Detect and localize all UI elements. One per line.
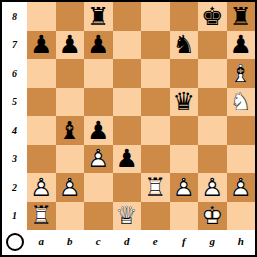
- white-king-piece: ♔: [198, 202, 227, 231]
- black-king-piece: ♚: [198, 2, 227, 31]
- white-rook-piece: ♖: [27, 202, 56, 231]
- square-e5[interactable]: [141, 88, 170, 117]
- square-e3[interactable]: [141, 145, 170, 174]
- white-pawn-piece: ♙: [198, 173, 227, 202]
- white-bishop-piece-fill: ♝: [227, 59, 256, 88]
- square-f1[interactable]: [170, 202, 199, 231]
- square-c7[interactable]: ♟: [84, 31, 113, 60]
- white-pawn-piece-fill: ♟: [227, 173, 256, 202]
- square-g5[interactable]: [198, 88, 227, 117]
- square-c6[interactable]: [84, 59, 113, 88]
- rank-label-5: 5: [2, 88, 27, 117]
- black-knight-piece: ♞: [170, 31, 199, 60]
- black-pawn-piece: ♟: [84, 31, 113, 60]
- black-pawn-piece: ♟: [84, 116, 113, 145]
- square-e2[interactable]: ♜♖: [141, 173, 170, 202]
- square-c2[interactable]: [84, 173, 113, 202]
- square-h3[interactable]: [227, 145, 256, 174]
- square-a7[interactable]: ♟: [27, 31, 56, 60]
- square-a6[interactable]: [27, 59, 56, 88]
- white-to-move-indicator-icon: [6, 233, 24, 251]
- square-g6[interactable]: [198, 59, 227, 88]
- square-a5[interactable]: [27, 88, 56, 117]
- black-pawn-piece: ♟: [113, 145, 142, 174]
- square-f2[interactable]: ♟♙: [170, 173, 199, 202]
- square-d8[interactable]: [113, 2, 142, 31]
- white-pawn-piece-fill: ♟: [84, 145, 113, 174]
- file-label-c: c: [84, 230, 113, 255]
- square-f5[interactable]: ♛: [170, 88, 199, 117]
- file-label-f: f: [170, 230, 199, 255]
- square-b3[interactable]: [56, 145, 85, 174]
- file-label-a: a: [27, 230, 56, 255]
- square-c4[interactable]: ♟: [84, 116, 113, 145]
- file-label-d: d: [113, 230, 142, 255]
- white-bishop-piece: ♗: [227, 59, 256, 88]
- white-rook-piece-fill: ♜: [141, 173, 170, 202]
- square-f7[interactable]: ♞: [170, 31, 199, 60]
- square-a2[interactable]: ♟♙: [27, 173, 56, 202]
- white-pawn-piece-fill: ♟: [56, 173, 85, 202]
- square-h5[interactable]: ♞♘: [227, 88, 256, 117]
- white-queen-piece-fill: ♛: [113, 202, 142, 231]
- white-pawn-piece: ♙: [227, 173, 256, 202]
- white-pawn-piece-fill: ♟: [27, 173, 56, 202]
- square-h2[interactable]: ♟♙: [227, 173, 256, 202]
- white-queen-piece: ♕: [113, 202, 142, 231]
- square-a8[interactable]: [27, 2, 56, 31]
- square-b8[interactable]: [56, 2, 85, 31]
- file-labels: abcdefgh: [27, 230, 255, 255]
- square-f3[interactable]: [170, 145, 199, 174]
- square-a1[interactable]: ♜♖: [27, 202, 56, 231]
- square-g3[interactable]: [198, 145, 227, 174]
- square-b7[interactable]: ♟: [56, 31, 85, 60]
- square-g1[interactable]: ♚♔: [198, 202, 227, 231]
- square-h6[interactable]: ♝♗: [227, 59, 256, 88]
- white-pawn-piece-fill: ♟: [170, 173, 199, 202]
- white-rook-piece: ♖: [141, 173, 170, 202]
- square-b5[interactable]: [56, 88, 85, 117]
- black-pawn-piece: ♟: [227, 31, 256, 60]
- rank-label-6: 6: [2, 59, 27, 88]
- square-d3[interactable]: ♟: [113, 145, 142, 174]
- white-pawn-piece-fill: ♟: [198, 173, 227, 202]
- file-label-g: g: [198, 230, 227, 255]
- rank-label-1: 1: [2, 202, 27, 231]
- square-f4[interactable]: [170, 116, 199, 145]
- white-rook-piece-fill: ♜: [27, 202, 56, 231]
- square-h7[interactable]: ♟: [227, 31, 256, 60]
- file-label-b: b: [56, 230, 85, 255]
- square-e1[interactable]: [141, 202, 170, 231]
- black-pawn-piece: ♟: [56, 31, 85, 60]
- chess-board: ♜♚♜♟♟♟♞♟♝♗♛♞♘♝♟♟♙♟♟♙♟♙♜♖♟♙♟♙♟♙♜♖♛♕♚♔: [27, 2, 255, 230]
- square-e6[interactable]: [141, 59, 170, 88]
- white-pawn-piece: ♙: [27, 173, 56, 202]
- square-a4[interactable]: [27, 116, 56, 145]
- square-e7[interactable]: [141, 31, 170, 60]
- white-king-piece-fill: ♚: [198, 202, 227, 231]
- rank-labels: 87654321: [2, 2, 27, 230]
- file-label-h: h: [227, 230, 256, 255]
- black-queen-piece: ♛: [170, 88, 199, 117]
- square-g2[interactable]: ♟♙: [198, 173, 227, 202]
- black-pawn-piece: ♟: [27, 31, 56, 60]
- black-bishop-piece: ♝: [56, 116, 85, 145]
- square-h4[interactable]: [227, 116, 256, 145]
- square-b1[interactable]: [56, 202, 85, 231]
- square-d5[interactable]: [113, 88, 142, 117]
- square-d6[interactable]: [113, 59, 142, 88]
- square-d2[interactable]: [113, 173, 142, 202]
- square-b2[interactable]: ♟♙: [56, 173, 85, 202]
- square-d1[interactable]: ♛♕: [113, 202, 142, 231]
- white-pawn-piece: ♙: [84, 145, 113, 174]
- white-pawn-piece: ♙: [56, 173, 85, 202]
- square-d7[interactable]: [113, 31, 142, 60]
- square-c8[interactable]: ♜: [84, 2, 113, 31]
- square-b4[interactable]: ♝: [56, 116, 85, 145]
- square-c1[interactable]: [84, 202, 113, 231]
- black-rook-piece: ♜: [227, 2, 256, 31]
- square-g7[interactable]: [198, 31, 227, 60]
- square-a3[interactable]: [27, 145, 56, 174]
- rank-label-4: 4: [2, 116, 27, 145]
- rank-label-7: 7: [2, 31, 27, 60]
- file-label-e: e: [141, 230, 170, 255]
- square-c5[interactable]: [84, 88, 113, 117]
- white-knight-piece: ♘: [227, 88, 256, 117]
- square-f8[interactable]: [170, 2, 199, 31]
- black-rook-piece: ♜: [84, 2, 113, 31]
- rank-label-3: 3: [2, 145, 27, 174]
- square-b6[interactable]: [56, 59, 85, 88]
- square-c3[interactable]: ♟♙: [84, 145, 113, 174]
- white-pawn-piece: ♙: [170, 173, 199, 202]
- rank-label-8: 8: [2, 2, 27, 31]
- square-e8[interactable]: [141, 2, 170, 31]
- chess-diagram: 87654321 ♜♚♜♟♟♟♞♟♝♗♛♞♘♝♟♟♙♟♟♙♟♙♜♖♟♙♟♙♟♙♜…: [0, 0, 257, 257]
- square-g8[interactable]: ♚: [198, 2, 227, 31]
- white-knight-piece-fill: ♞: [227, 88, 256, 117]
- square-e4[interactable]: [141, 116, 170, 145]
- square-f6[interactable]: [170, 59, 199, 88]
- square-h8[interactable]: ♜: [227, 2, 256, 31]
- rank-label-2: 2: [2, 173, 27, 202]
- square-d4[interactable]: [113, 116, 142, 145]
- square-h1[interactable]: [227, 202, 256, 231]
- square-g4[interactable]: [198, 116, 227, 145]
